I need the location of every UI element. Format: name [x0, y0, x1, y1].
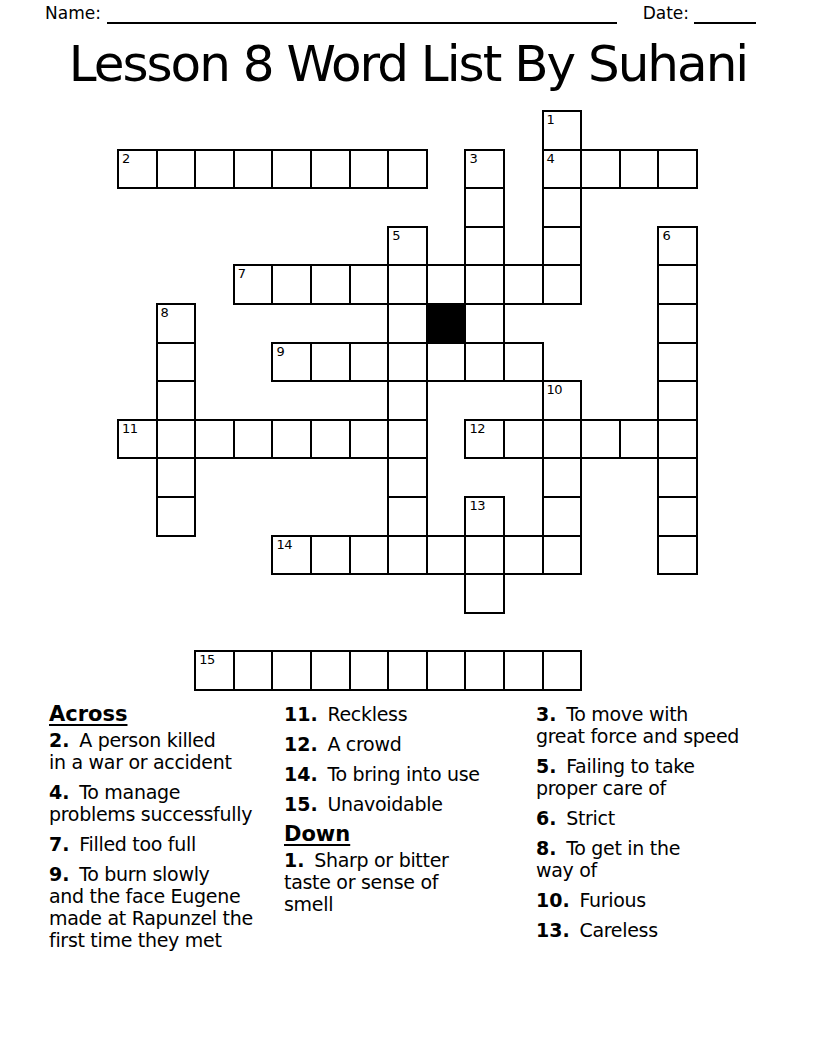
answer-cell-r14c3[interactable] — [233, 650, 274, 691]
across-heading: Across — [49, 703, 281, 725]
answer-cell-r10c11[interactable] — [542, 496, 583, 537]
clue-8: 8. To get in the way of — [536, 837, 808, 881]
clue-number-8: 8. — [536, 837, 556, 859]
answer-cell-r3c9[interactable] — [464, 226, 505, 267]
clue-number-10: 10. — [536, 889, 570, 911]
answer-cell-r4c8[interactable] — [426, 264, 467, 305]
clue-number-2: 2. — [49, 729, 69, 751]
answer-cell-r6c10[interactable] — [503, 342, 544, 383]
answer-cell-r8c5[interactable] — [310, 419, 351, 460]
answer-cell-r5c14[interactable] — [657, 303, 698, 344]
answer-cell-r6c5[interactable] — [310, 342, 351, 383]
answer-cell-r3c11[interactable] — [542, 226, 583, 267]
cell-number-2: 2 — [122, 152, 130, 166]
cell-number-3: 3 — [469, 152, 477, 166]
answer-cell-r14c7[interactable] — [387, 650, 428, 691]
cell-number-15: 15 — [199, 653, 215, 667]
answer-cell-r1c3[interactable] — [233, 149, 274, 190]
clue-6: 6. Strict — [536, 807, 808, 829]
answer-cell-r9c7[interactable] — [387, 457, 428, 498]
clue-13: 13. Careless — [536, 919, 808, 941]
clue-number-11: 11. — [284, 703, 318, 725]
answer-cell-r4c5[interactable] — [310, 264, 351, 305]
answer-cell-r8c1[interactable] — [156, 419, 197, 460]
clue-number-15: 15. — [284, 793, 318, 815]
clue-number-1: 1. — [284, 849, 304, 871]
answer-cell-r8c7[interactable] — [387, 419, 428, 460]
answer-cell-r11c7[interactable] — [387, 535, 428, 576]
clue-14: 14. To bring into use — [284, 763, 532, 785]
answer-cell-r11c10[interactable] — [503, 535, 544, 576]
clue-column-1: Across2. A person killed in a war or acc… — [49, 703, 281, 959]
cell-number-14: 14 — [276, 538, 292, 552]
clue-10: 10. Furious — [536, 889, 808, 911]
clue-column-3: 3. To move with great force and speed5. … — [536, 703, 808, 949]
answer-cell-r10c14[interactable] — [657, 496, 698, 537]
answer-cell-r4c14[interactable] — [657, 264, 698, 305]
answer-cell-r6c1[interactable] — [156, 342, 197, 383]
answer-cell-r8c4[interactable] — [271, 419, 312, 460]
cell-number-11: 11 — [122, 422, 138, 436]
answer-cell-r10c9[interactable]: 13 — [464, 496, 505, 537]
answer-cell-r4c10[interactable] — [503, 264, 544, 305]
clue-15: 15. Unavoidable — [284, 793, 532, 815]
answer-cell-r4c6[interactable] — [349, 264, 390, 305]
answer-cell-r8c6[interactable] — [349, 419, 390, 460]
answer-cell-r6c4[interactable]: 9 — [271, 342, 312, 383]
cell-number-10: 10 — [547, 383, 563, 397]
answer-cell-r1c14[interactable] — [657, 149, 698, 190]
clue-5: 5. Failing to take proper care of — [536, 755, 808, 799]
answer-cell-r1c1[interactable] — [156, 149, 197, 190]
clue-7: 7. Filled too full — [49, 833, 281, 855]
answer-cell-r10c7[interactable] — [387, 496, 428, 537]
answer-cell-r8c9[interactable]: 12 — [464, 419, 505, 460]
answer-cell-r8c0[interactable]: 11 — [117, 419, 158, 460]
answer-cell-r1c0[interactable]: 2 — [117, 149, 158, 190]
cell-number-5: 5 — [392, 229, 400, 243]
answer-cell-r1c12[interactable] — [580, 149, 621, 190]
answer-cell-r14c5[interactable] — [310, 650, 351, 691]
answer-cell-r1c4[interactable] — [271, 149, 312, 190]
crossword-worksheet: Name: Date: Lesson 8 Word List By Suhani… — [0, 0, 816, 1056]
cell-number-12: 12 — [469, 422, 485, 436]
answer-cell-r10c1[interactable] — [156, 496, 197, 537]
date-label: Date: — [643, 3, 689, 24]
cell-number-6: 6 — [662, 229, 670, 243]
answer-cell-r7c7[interactable] — [387, 380, 428, 421]
answer-cell-r1c9[interactable]: 3 — [464, 149, 505, 190]
answer-cell-r8c3[interactable] — [233, 419, 274, 460]
name-input-line[interactable] — [107, 2, 617, 24]
page-title: Lesson 8 Word List By Suhani — [0, 36, 816, 92]
clue-12: 12. A crowd — [284, 733, 532, 755]
answer-cell-r5c9[interactable] — [464, 303, 505, 344]
name-label: Name: — [45, 3, 101, 24]
answer-cell-r11c11[interactable] — [542, 535, 583, 576]
answer-cell-r11c9[interactable] — [464, 535, 505, 576]
answer-cell-r2c9[interactable] — [464, 187, 505, 228]
answer-cell-r1c11[interactable]: 4 — [542, 149, 583, 190]
answer-cell-r2c11[interactable] — [542, 187, 583, 228]
answer-cell-r1c13[interactable] — [619, 149, 660, 190]
answer-cell-r11c8[interactable] — [426, 535, 467, 576]
clue-number-14: 14. — [284, 763, 318, 785]
down-heading: Down — [284, 823, 532, 845]
answer-cell-r5c7[interactable] — [387, 303, 428, 344]
answer-cell-r11c14[interactable] — [657, 535, 698, 576]
answer-cell-r8c14[interactable] — [657, 419, 698, 460]
clue-number-3: 3. — [536, 703, 556, 725]
answer-cell-r9c1[interactable] — [156, 457, 197, 498]
name-date-bar: Name: Date: — [45, 2, 756, 24]
clue-3: 3. To move with great force and speed — [536, 703, 808, 747]
date-input-line[interactable] — [694, 2, 756, 24]
answer-cell-r4c9[interactable] — [464, 264, 505, 305]
answer-cell-r11c5[interactable] — [310, 535, 351, 576]
answer-cell-r4c7[interactable] — [387, 264, 428, 305]
clue-number-9: 9. — [49, 863, 69, 885]
answer-cell-r6c6[interactable] — [349, 342, 390, 383]
clue-number-12: 12. — [284, 733, 318, 755]
clue-number-13: 13. — [536, 919, 570, 941]
answer-cell-r14c9[interactable] — [464, 650, 505, 691]
answer-cell-r4c3[interactable]: 7 — [233, 264, 274, 305]
answer-cell-r11c4[interactable]: 14 — [271, 535, 312, 576]
answer-cell-r14c10[interactable] — [503, 650, 544, 691]
answer-cell-r11c6[interactable] — [349, 535, 390, 576]
answer-cell-r0c11[interactable]: 1 — [542, 110, 583, 151]
answer-cell-r7c14[interactable] — [657, 380, 698, 421]
answer-cell-r14c6[interactable] — [349, 650, 390, 691]
answer-cell-r6c8[interactable] — [426, 342, 467, 383]
clue-4: 4. To manage problems successfully — [49, 781, 281, 825]
answer-cell-r4c11[interactable] — [542, 264, 583, 305]
answer-cell-r7c1[interactable] — [156, 380, 197, 421]
clue-9: 9. To burn slowly and the face Eugene ma… — [49, 863, 281, 951]
black-cell-r5c8 — [426, 303, 467, 344]
answer-cell-r8c11[interactable] — [542, 419, 583, 460]
answer-cell-r6c9[interactable] — [464, 342, 505, 383]
answer-cell-r12c9[interactable] — [464, 573, 505, 614]
cell-number-1: 1 — [547, 113, 555, 127]
answer-cell-r1c5[interactable] — [310, 149, 351, 190]
clue-column-2: 11. Reckless12. A crowd14. To bring into… — [284, 703, 532, 923]
answer-cell-r6c14[interactable] — [657, 342, 698, 383]
clue-number-7: 7. — [49, 833, 69, 855]
answer-cell-r8c12[interactable] — [580, 419, 621, 460]
answer-cell-r3c7[interactable]: 5 — [387, 226, 428, 267]
cell-number-9: 9 — [276, 345, 284, 359]
answer-cell-r14c8[interactable] — [426, 650, 467, 691]
clue-number-4: 4. — [49, 781, 69, 803]
clue-number-5: 5. — [536, 755, 556, 777]
answer-cell-r5c1[interactable]: 8 — [156, 303, 197, 344]
answer-cell-r1c7[interactable] — [387, 149, 428, 190]
answer-cell-r9c14[interactable] — [657, 457, 698, 498]
answer-cell-r8c10[interactable] — [503, 419, 544, 460]
answer-cell-r14c11[interactable] — [542, 650, 583, 691]
answer-cell-r14c2[interactable]: 15 — [194, 650, 235, 691]
answer-cell-r3c14[interactable]: 6 — [657, 226, 698, 267]
cell-number-4: 4 — [547, 152, 555, 166]
answer-cell-r8c2[interactable] — [194, 419, 235, 460]
answer-cell-r7c11[interactable]: 10 — [542, 380, 583, 421]
answer-cell-r9c11[interactable] — [542, 457, 583, 498]
cell-number-13: 13 — [469, 499, 485, 513]
answer-cell-r6c7[interactable] — [387, 342, 428, 383]
answer-cell-r1c2[interactable] — [194, 149, 235, 190]
crossword-grid: 123456789101112131415 — [117, 110, 698, 691]
clue-number-6: 6. — [536, 807, 556, 829]
clue-2: 2. A person killed in a war or accident — [49, 729, 281, 773]
answer-cell-r14c4[interactable] — [271, 650, 312, 691]
clue-11: 11. Reckless — [284, 703, 532, 725]
clue-1: 1. Sharp or bitter taste or sense of sme… — [284, 849, 532, 915]
cell-number-7: 7 — [238, 267, 246, 281]
cell-number-8: 8 — [161, 306, 169, 320]
answer-cell-r8c13[interactable] — [619, 419, 660, 460]
answer-cell-r1c6[interactable] — [349, 149, 390, 190]
answer-cell-r4c4[interactable] — [271, 264, 312, 305]
